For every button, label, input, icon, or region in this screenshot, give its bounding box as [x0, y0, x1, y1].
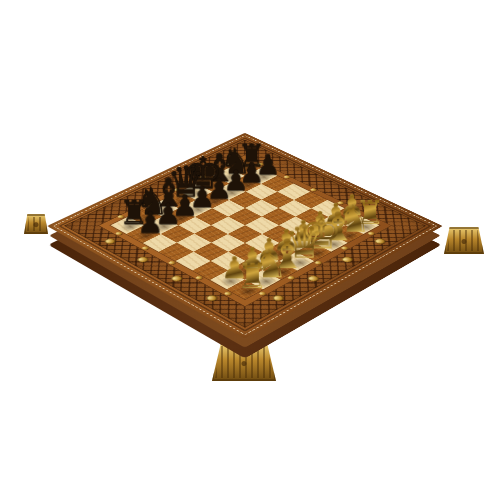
brass-foot-left: [24, 214, 48, 234]
piece-shadow: [302, 228, 327, 241]
product-photo: ♜♞♝♛♚♝♞♜♟♟♟♟♟♟♟♟♟♟♟♟♟♟♟♟♜♞♝♛♚♝♞♜: [0, 0, 500, 500]
chess-board: ♜♞♝♛♚♝♞♜♟♟♟♟♟♟♟♟♟♟♟♟♟♟♟♟♜♞♝♛♚♝♞♜: [47, 133, 443, 339]
brass-foot-right: [444, 227, 484, 254]
scene: ♜♞♝♛♚♝♞♜♟♟♟♟♟♟♟♟♟♟♟♟♟♟♟♟♜♞♝♛♚♝♞♜: [0, 0, 500, 500]
